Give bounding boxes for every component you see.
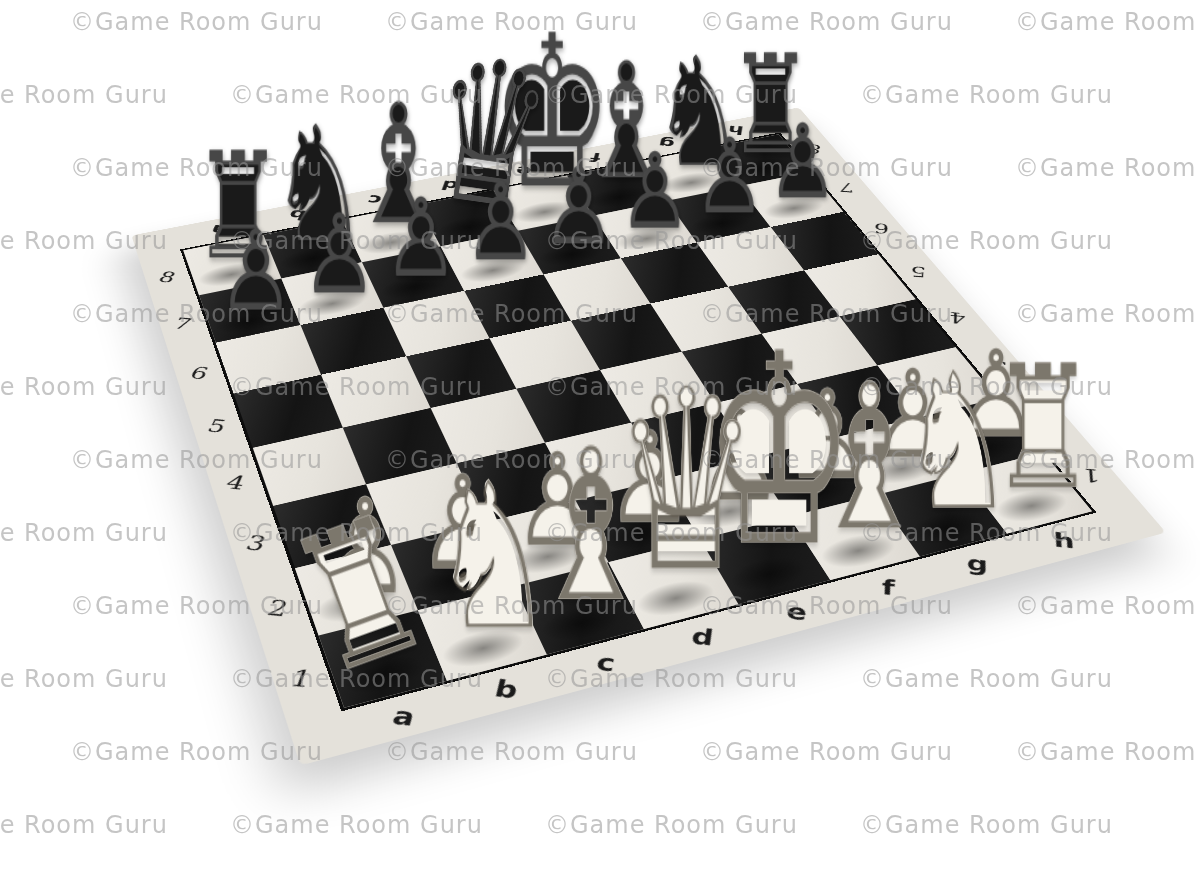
vinyl-chess-mat: abcdefgh abcdefgh 87654321 87654321 ♜♖♞♘… <box>131 107 1166 765</box>
piece-black-pawn-e7[interactable]: ♟♙ <box>542 154 615 260</box>
watermark-text: ©Game Room Guru <box>860 811 1113 839</box>
black-pawn-outline-glyph: ♙ <box>619 139 692 244</box>
watermark-text: ©Game Room Guru <box>1015 8 1200 36</box>
watermark-text: ©Game Room Guru <box>1015 592 1200 620</box>
watermark-text: ©Game Room Guru <box>0 665 168 693</box>
watermark-text: ©Game Room Guru <box>0 519 168 547</box>
watermark-text: ©Game Room Guru <box>700 738 953 766</box>
piece-black-pawn-f7[interactable]: ♟♙ <box>619 139 692 244</box>
white-knight-outline-glyph: ♘ <box>430 455 555 658</box>
chessboard-scene: abcdefgh abcdefgh 87654321 87654321 ♜♖♞♘… <box>131 107 1166 765</box>
black-pawn-outline-glyph: ♙ <box>542 154 615 260</box>
square-b6[interactable] <box>301 308 407 375</box>
watermark-text: ©Game Room Guru <box>385 738 638 766</box>
watermark-text: ©Game Room Guru <box>545 811 798 839</box>
watermark-text: ©Game Room Guru <box>0 373 168 401</box>
watermark-text: ©Game Room Guru <box>1015 300 1200 328</box>
watermark-text: ©Game Room Guru <box>0 811 168 839</box>
piece-black-pawn-d7[interactable]: ♟♙ <box>464 169 538 277</box>
black-pawn-outline-glyph: ♙ <box>464 169 538 277</box>
watermark-text: ©Game Room Guru <box>70 8 323 36</box>
watermark-text: ©Game Room Guru <box>1015 738 1200 766</box>
watermark-text: ©Game Room Guru <box>860 81 1113 109</box>
watermark-text: ©Game Room Guru <box>1015 154 1200 182</box>
piece-black-pawn-b7[interactable]: ♟♙ <box>301 200 377 310</box>
black-pawn-outline-glyph: ♙ <box>767 111 838 214</box>
piece-black-pawn-a7[interactable]: ♟♙ <box>218 216 295 327</box>
file-label-bottom-g: g <box>927 542 1028 586</box>
black-pawn-outline-glyph: ♙ <box>694 125 766 229</box>
board-grid: ♜♖♞♘♝♗♛♕♚♔♝♗♞♘♜♖♟♙♟♙♟♙♟♙♟♙♟♙♟♙♟♙♟♙♟♙♟♙♟♙… <box>180 132 1096 711</box>
piece-black-pawn-g7[interactable]: ♟♙ <box>694 125 766 229</box>
piece-black-pawn-h7[interactable]: ♟♙ <box>767 111 838 214</box>
black-pawn-outline-glyph: ♙ <box>301 200 377 310</box>
black-pawn-outline-glyph: ♙ <box>383 184 458 293</box>
piece-black-pawn-c7[interactable]: ♟♙ <box>383 184 458 293</box>
watermark-text: ©Game Room Guru <box>0 81 168 109</box>
piece-white-knight-b1[interactable]: ♞♘ <box>430 455 555 658</box>
watermark-text: ©Game Room Guru <box>70 738 323 766</box>
watermark-text: ©Game Room Guru <box>230 811 483 839</box>
watermark-text: ©Game Room Guru <box>860 665 1113 693</box>
black-pawn-outline-glyph: ♙ <box>218 216 295 327</box>
